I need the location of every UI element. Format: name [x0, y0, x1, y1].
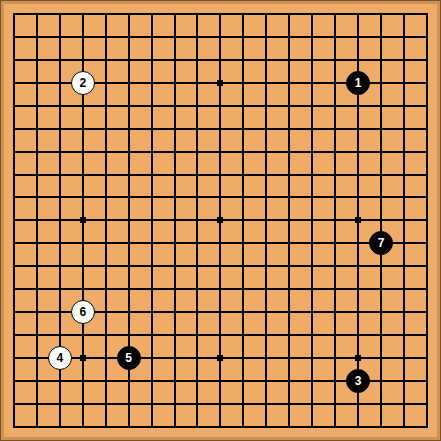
board-point-K13 [209, 140, 232, 163]
board-point-O5 [301, 324, 324, 347]
board-point-F18 [117, 25, 140, 48]
board-point-D14 [71, 117, 94, 140]
board-point-K3 [209, 370, 232, 393]
board-point-N12 [278, 163, 301, 186]
board-point-A4 [3, 347, 26, 370]
stone-white-D6: 6 [71, 300, 95, 324]
board-point-L11 [232, 186, 255, 209]
board-point-A3 [3, 370, 26, 393]
stone-black-Q16: 1 [346, 71, 370, 95]
board-point-M3 [255, 370, 278, 393]
board-point-C18 [48, 25, 71, 48]
board-point-L19 [232, 3, 255, 26]
board-point-G1 [140, 415, 163, 438]
board-point-T14 [415, 117, 438, 140]
board-point-M14 [255, 117, 278, 140]
board-point-P14 [324, 117, 347, 140]
board-point-T3 [415, 370, 438, 393]
board-point-F8 [117, 255, 140, 278]
board-point-E16 [94, 71, 117, 94]
board-point-L1 [232, 415, 255, 438]
board-point-G7 [140, 278, 163, 301]
board-point-J11 [186, 186, 209, 209]
board-point-B11 [25, 186, 48, 209]
board-point-A14 [3, 117, 26, 140]
board-point-A12 [3, 163, 26, 186]
board-point-N19 [278, 3, 301, 26]
board-point-L13 [232, 140, 255, 163]
board-point-S1 [392, 415, 415, 438]
stone-white-D16: 2 [71, 71, 95, 95]
board-point-M6 [255, 301, 278, 324]
board-point-F17 [117, 48, 140, 71]
board-point-N10 [278, 209, 301, 232]
board-point-M10 [255, 209, 278, 232]
board-point-M1 [255, 415, 278, 438]
board-point-M16 [255, 71, 278, 94]
board-point-N6 [278, 301, 301, 324]
board-point-O3 [301, 370, 324, 393]
board-point-P11 [324, 186, 347, 209]
board-point-D13 [71, 140, 94, 163]
board-point-N14 [278, 117, 301, 140]
board-point-G19 [140, 3, 163, 26]
board-point-G12 [140, 163, 163, 186]
board-point-E4 [94, 347, 117, 370]
board-point-Q10 [347, 209, 370, 232]
board-point-H9 [163, 232, 186, 255]
board-point-M4 [255, 347, 278, 370]
board-point-R11 [370, 186, 393, 209]
board-point-E10 [94, 209, 117, 232]
board-point-Q4 [347, 347, 370, 370]
board-point-B9 [25, 232, 48, 255]
board-point-N17 [278, 48, 301, 71]
board-point-G5 [140, 324, 163, 347]
board-point-O4 [301, 347, 324, 370]
board-point-C2 [48, 392, 71, 415]
board-point-G2 [140, 392, 163, 415]
board-point-J16 [186, 71, 209, 94]
board-point-P10 [324, 209, 347, 232]
board-point-P5 [324, 324, 347, 347]
board-point-T8 [415, 255, 438, 278]
board-point-Q2 [347, 392, 370, 415]
board-point-H2 [163, 392, 186, 415]
board-point-R13 [370, 140, 393, 163]
board-point-K18 [209, 25, 232, 48]
board-point-R4 [370, 347, 393, 370]
board-point-C13 [48, 140, 71, 163]
board-point-T17 [415, 48, 438, 71]
board-point-R10 [370, 209, 393, 232]
board-point-A2 [3, 392, 26, 415]
board-point-Q9 [347, 232, 370, 255]
board-point-A6 [3, 301, 26, 324]
board-point-K6 [209, 301, 232, 324]
board-point-F15 [117, 94, 140, 117]
board-point-D8 [71, 255, 94, 278]
board-point-N1 [278, 415, 301, 438]
board-point-B14 [25, 117, 48, 140]
board-point-K9 [209, 232, 232, 255]
board-point-L9 [232, 232, 255, 255]
board-point-O19 [301, 3, 324, 26]
board-point-S14 [392, 117, 415, 140]
board-point-D7 [71, 278, 94, 301]
board-point-G14 [140, 117, 163, 140]
board-point-A17 [3, 48, 26, 71]
board-point-P3 [324, 370, 347, 393]
board-point-J15 [186, 94, 209, 117]
board-point-T7 [415, 278, 438, 301]
board-point-K11 [209, 186, 232, 209]
board-point-P2 [324, 392, 347, 415]
board-point-L7 [232, 278, 255, 301]
board-point-S9 [392, 232, 415, 255]
board-point-J3 [186, 370, 209, 393]
board-point-A11 [3, 186, 26, 209]
board-point-C14 [48, 117, 71, 140]
board-point-O17 [301, 48, 324, 71]
board-point-H15 [163, 94, 186, 117]
board-point-Q3: 3 [347, 370, 370, 393]
board-point-C15 [48, 94, 71, 117]
board-point-J12 [186, 163, 209, 186]
board-point-D15 [71, 94, 94, 117]
board-point-T2 [415, 392, 438, 415]
board-point-N2 [278, 392, 301, 415]
board-point-S6 [392, 301, 415, 324]
stone-black-Q3: 3 [346, 369, 370, 393]
board-point-T9 [415, 232, 438, 255]
board-point-H13 [163, 140, 186, 163]
board-point-B3 [25, 370, 48, 393]
board-point-E17 [94, 48, 117, 71]
board-point-H17 [163, 48, 186, 71]
star-point-K4 [217, 355, 223, 361]
board-point-T18 [415, 25, 438, 48]
board-point-A15 [3, 94, 26, 117]
board-point-G18 [140, 25, 163, 48]
board-point-H4 [163, 347, 186, 370]
board-point-C11 [48, 186, 71, 209]
board-point-H1 [163, 415, 186, 438]
board-point-J6 [186, 301, 209, 324]
board-point-C7 [48, 278, 71, 301]
board-point-C10 [48, 209, 71, 232]
board-point-G10 [140, 209, 163, 232]
board-point-J13 [186, 140, 209, 163]
board-point-N13 [278, 140, 301, 163]
board-point-M12 [255, 163, 278, 186]
board-point-D6: 6 [71, 301, 94, 324]
board-point-T12 [415, 163, 438, 186]
board-point-H6 [163, 301, 186, 324]
board-point-B5 [25, 324, 48, 347]
board-point-F19 [117, 3, 140, 26]
board-point-H5 [163, 324, 186, 347]
board-point-E9 [94, 232, 117, 255]
board-point-H12 [163, 163, 186, 186]
board-point-B10 [25, 209, 48, 232]
board-point-T15 [415, 94, 438, 117]
board-point-E12 [94, 163, 117, 186]
board-point-G16 [140, 71, 163, 94]
board-point-S11 [392, 186, 415, 209]
board-point-A10 [3, 209, 26, 232]
board-point-K5 [209, 324, 232, 347]
board-point-J18 [186, 25, 209, 48]
board-point-L4 [232, 347, 255, 370]
board-point-D19 [71, 3, 94, 26]
board-point-N11 [278, 186, 301, 209]
board-point-E2 [94, 392, 117, 415]
board-point-H18 [163, 25, 186, 48]
board-point-C19 [48, 3, 71, 26]
board-point-C6 [48, 301, 71, 324]
board-point-D9 [71, 232, 94, 255]
board-point-H16 [163, 71, 186, 94]
board-point-N3 [278, 370, 301, 393]
board-point-K10 [209, 209, 232, 232]
board-point-A1 [3, 415, 26, 438]
board-point-C9 [48, 232, 71, 255]
board-point-F2 [117, 392, 140, 415]
board-point-D12 [71, 163, 94, 186]
board-point-K19 [209, 3, 232, 26]
board-point-R8 [370, 255, 393, 278]
board-point-E14 [94, 117, 117, 140]
board-point-K4 [209, 347, 232, 370]
board-point-G6 [140, 301, 163, 324]
board-point-Q13 [347, 140, 370, 163]
stone-black-F4: 5 [117, 346, 141, 370]
board-point-C16 [48, 71, 71, 94]
board-point-T5 [415, 324, 438, 347]
board-point-K16 [209, 71, 232, 94]
board-point-K17 [209, 48, 232, 71]
board-point-S5 [392, 324, 415, 347]
board-point-B17 [25, 48, 48, 71]
board-point-R18 [370, 25, 393, 48]
board-point-E15 [94, 94, 117, 117]
board-point-T10 [415, 209, 438, 232]
board-point-O14 [301, 117, 324, 140]
board-point-E11 [94, 186, 117, 209]
board-point-D2 [71, 392, 94, 415]
board-point-P18 [324, 25, 347, 48]
board-point-O1 [301, 415, 324, 438]
board-point-Q17 [347, 48, 370, 71]
board-point-L8 [232, 255, 255, 278]
board-point-N9 [278, 232, 301, 255]
board-point-G11 [140, 186, 163, 209]
board-point-F5 [117, 324, 140, 347]
board-point-D10 [71, 209, 94, 232]
board-point-B4 [25, 347, 48, 370]
board-point-J1 [186, 415, 209, 438]
board-point-R15 [370, 94, 393, 117]
board-point-R14 [370, 117, 393, 140]
board-point-F13 [117, 140, 140, 163]
board-point-E1 [94, 415, 117, 438]
board-point-F4: 5 [117, 347, 140, 370]
board-point-H8 [163, 255, 186, 278]
board-point-A8 [3, 255, 26, 278]
board-point-Q12 [347, 163, 370, 186]
board-point-S3 [392, 370, 415, 393]
board-point-K7 [209, 278, 232, 301]
board-point-N8 [278, 255, 301, 278]
board-point-L3 [232, 370, 255, 393]
board-point-K12 [209, 163, 232, 186]
board-point-F14 [117, 117, 140, 140]
board-point-L18 [232, 25, 255, 48]
board-point-F6 [117, 301, 140, 324]
board-point-L17 [232, 48, 255, 71]
board-point-P7 [324, 278, 347, 301]
board-point-T1 [415, 415, 438, 438]
board-point-Q14 [347, 117, 370, 140]
board-point-B7 [25, 278, 48, 301]
board-point-E8 [94, 255, 117, 278]
board-point-S13 [392, 140, 415, 163]
board-point-Q19 [347, 3, 370, 26]
board-point-G4 [140, 347, 163, 370]
board-point-M18 [255, 25, 278, 48]
board-point-M15 [255, 94, 278, 117]
board-point-S2 [392, 392, 415, 415]
board-point-E3 [94, 370, 117, 393]
board-point-N15 [278, 94, 301, 117]
board-point-M19 [255, 3, 278, 26]
board-point-J7 [186, 278, 209, 301]
board-point-S17 [392, 48, 415, 71]
board-point-E5 [94, 324, 117, 347]
board-point-L5 [232, 324, 255, 347]
board-point-J10 [186, 209, 209, 232]
board-point-H10 [163, 209, 186, 232]
board-point-Q11 [347, 186, 370, 209]
board-point-F11 [117, 186, 140, 209]
board-point-R3 [370, 370, 393, 393]
board-point-E7 [94, 278, 117, 301]
board-point-D1 [71, 415, 94, 438]
board-point-A9 [3, 232, 26, 255]
board-point-B2 [25, 392, 48, 415]
board-point-C17 [48, 48, 71, 71]
board-point-F1 [117, 415, 140, 438]
board-point-B19 [25, 3, 48, 26]
board-point-L15 [232, 94, 255, 117]
board-point-O8 [301, 255, 324, 278]
board-point-C3 [48, 370, 71, 393]
star-point-D4 [80, 355, 86, 361]
board-point-O15 [301, 94, 324, 117]
board-point-O2 [301, 392, 324, 415]
board-point-R6 [370, 301, 393, 324]
board-point-P17 [324, 48, 347, 71]
board-point-S4 [392, 347, 415, 370]
board-point-N18 [278, 25, 301, 48]
board-point-F16 [117, 71, 140, 94]
board-point-M17 [255, 48, 278, 71]
board-point-P1 [324, 415, 347, 438]
board-point-T16 [415, 71, 438, 94]
board-point-P6 [324, 301, 347, 324]
board-point-D18 [71, 25, 94, 48]
board-point-D5 [71, 324, 94, 347]
board-point-L10 [232, 209, 255, 232]
board-point-J14 [186, 117, 209, 140]
board-point-O11 [301, 186, 324, 209]
board-point-L16 [232, 71, 255, 94]
board-point-J4 [186, 347, 209, 370]
board-point-G9 [140, 232, 163, 255]
board-point-B6 [25, 301, 48, 324]
board-point-T6 [415, 301, 438, 324]
stone-white-C4: 4 [48, 346, 72, 370]
board-point-P4 [324, 347, 347, 370]
board-point-K2 [209, 392, 232, 415]
board-point-P8 [324, 255, 347, 278]
board-point-J5 [186, 324, 209, 347]
board-point-R2 [370, 392, 393, 415]
board-point-F3 [117, 370, 140, 393]
board-point-R19 [370, 3, 393, 26]
board-point-O12 [301, 163, 324, 186]
board-point-C5 [48, 324, 71, 347]
board-point-T4 [415, 347, 438, 370]
board-point-S12 [392, 163, 415, 186]
board-point-D4 [71, 347, 94, 370]
board-point-B1 [25, 415, 48, 438]
board-point-A19 [3, 3, 26, 26]
board-point-F10 [117, 209, 140, 232]
board-point-P13 [324, 140, 347, 163]
board-point-O13 [301, 140, 324, 163]
board-point-D17 [71, 48, 94, 71]
board-point-M9 [255, 232, 278, 255]
go-board: 2176453 [0, 0, 441, 441]
board-point-B13 [25, 140, 48, 163]
board-point-K14 [209, 117, 232, 140]
board-point-O16 [301, 71, 324, 94]
board-point-R5 [370, 324, 393, 347]
board-point-E19 [94, 3, 117, 26]
board-point-P9 [324, 232, 347, 255]
board-point-D3 [71, 370, 94, 393]
board-point-C4: 4 [48, 347, 71, 370]
board-grid: 2176453 [3, 3, 440, 440]
stone-black-R9: 7 [369, 231, 393, 255]
board-point-B12 [25, 163, 48, 186]
board-point-G3 [140, 370, 163, 393]
board-point-J9 [186, 232, 209, 255]
board-point-P12 [324, 163, 347, 186]
board-point-L14 [232, 117, 255, 140]
board-point-O7 [301, 278, 324, 301]
board-point-O6 [301, 301, 324, 324]
board-point-S18 [392, 25, 415, 48]
board-point-C8 [48, 255, 71, 278]
board-point-S8 [392, 255, 415, 278]
board-point-O9 [301, 232, 324, 255]
board-point-S19 [392, 3, 415, 26]
board-point-T11 [415, 186, 438, 209]
board-point-A5 [3, 324, 26, 347]
